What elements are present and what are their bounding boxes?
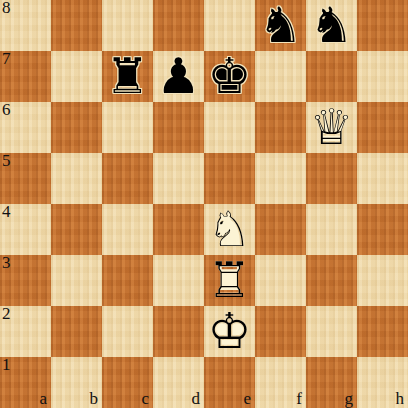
square-c2[interactable] [102, 306, 153, 357]
square-f6[interactable] [255, 102, 306, 153]
file-label: b [90, 390, 99, 408]
square-e3[interactable]: ♜♖ [204, 255, 255, 306]
rank-label: 7 [2, 50, 11, 69]
square-h8[interactable] [357, 0, 408, 51]
square-c6[interactable] [102, 102, 153, 153]
square-f5[interactable] [255, 153, 306, 204]
rank-label: 4 [2, 203, 11, 222]
square-b7[interactable] [51, 51, 102, 102]
square-h4[interactable] [357, 204, 408, 255]
square-d6[interactable] [153, 102, 204, 153]
white-rook-glyph: ♖ [204, 255, 255, 306]
white-queen-piece[interactable]: ♛♕ [306, 102, 357, 153]
rank-label: 6 [2, 101, 11, 120]
rank-label: 3 [2, 254, 11, 273]
square-c8[interactable] [102, 0, 153, 51]
square-a1[interactable]: 1a [0, 357, 51, 408]
square-e7[interactable]: ♚ [204, 51, 255, 102]
square-h7[interactable] [357, 51, 408, 102]
square-a2[interactable]: 2 [0, 306, 51, 357]
file-label: g [345, 390, 354, 408]
square-e2[interactable]: ♚♔ [204, 306, 255, 357]
square-g6[interactable]: ♛♕ [306, 102, 357, 153]
black-knight-piece[interactable]: ♞ [255, 0, 306, 51]
black-king-glyph: ♚ [204, 51, 255, 102]
square-e5[interactable] [204, 153, 255, 204]
square-f8[interactable]: ♞ [255, 0, 306, 51]
square-g4[interactable] [306, 204, 357, 255]
square-g1[interactable]: g [306, 357, 357, 408]
white-knight-glyph: ♘ [204, 204, 255, 255]
square-g8[interactable]: ♞ [306, 0, 357, 51]
square-b3[interactable] [51, 255, 102, 306]
square-d5[interactable] [153, 153, 204, 204]
square-c1[interactable]: c [102, 357, 153, 408]
white-queen-glyph: ♕ [306, 102, 357, 153]
square-e4[interactable]: ♞♘ [204, 204, 255, 255]
black-rook-piece[interactable]: ♜ [102, 51, 153, 102]
square-f3[interactable] [255, 255, 306, 306]
white-rook-piece[interactable]: ♜♖ [204, 255, 255, 306]
square-g7[interactable] [306, 51, 357, 102]
black-rook-glyph: ♜ [102, 51, 153, 102]
rank-label: 5 [2, 152, 11, 171]
white-king-glyph: ♔ [204, 306, 255, 357]
square-a3[interactable]: 3 [0, 255, 51, 306]
square-d1[interactable]: d [153, 357, 204, 408]
square-g2[interactable] [306, 306, 357, 357]
square-b4[interactable] [51, 204, 102, 255]
rank-label: 2 [2, 305, 11, 324]
rank-label: 8 [2, 0, 11, 18]
square-b5[interactable] [51, 153, 102, 204]
square-f1[interactable]: f [255, 357, 306, 408]
square-h6[interactable] [357, 102, 408, 153]
black-pawn-piece[interactable]: ♟ [153, 51, 204, 102]
square-a6[interactable]: 6 [0, 102, 51, 153]
rank-label: 1 [2, 356, 11, 375]
square-c5[interactable] [102, 153, 153, 204]
square-d8[interactable] [153, 0, 204, 51]
black-knight-piece[interactable]: ♞ [306, 0, 357, 51]
black-king-piece[interactable]: ♚ [204, 51, 255, 102]
square-h3[interactable] [357, 255, 408, 306]
square-c4[interactable] [102, 204, 153, 255]
square-c7[interactable]: ♜ [102, 51, 153, 102]
square-a5[interactable]: 5 [0, 153, 51, 204]
square-d7[interactable]: ♟ [153, 51, 204, 102]
square-e8[interactable] [204, 0, 255, 51]
square-a4[interactable]: 4 [0, 204, 51, 255]
square-b2[interactable] [51, 306, 102, 357]
square-h2[interactable] [357, 306, 408, 357]
square-f2[interactable] [255, 306, 306, 357]
square-h1[interactable]: h [357, 357, 408, 408]
square-b1[interactable]: b [51, 357, 102, 408]
square-a7[interactable]: 7 [0, 51, 51, 102]
square-h5[interactable] [357, 153, 408, 204]
white-king-piece[interactable]: ♚♔ [204, 306, 255, 357]
file-label: c [141, 390, 149, 408]
square-c3[interactable] [102, 255, 153, 306]
square-f4[interactable] [255, 204, 306, 255]
black-pawn-glyph: ♟ [153, 51, 204, 102]
square-g5[interactable] [306, 153, 357, 204]
square-f7[interactable] [255, 51, 306, 102]
white-knight-piece[interactable]: ♞♘ [204, 204, 255, 255]
square-e6[interactable] [204, 102, 255, 153]
square-a8[interactable]: 8 [0, 0, 51, 51]
square-e1[interactable]: e [204, 357, 255, 408]
square-d2[interactable] [153, 306, 204, 357]
file-label: f [296, 390, 302, 408]
file-label: e [243, 390, 251, 408]
square-b8[interactable] [51, 0, 102, 51]
file-label: d [192, 390, 201, 408]
black-knight-glyph: ♞ [306, 0, 357, 51]
square-d4[interactable] [153, 204, 204, 255]
chessboard: 8♞♞7♜♟♚6♛♕54♞♘3♜♖2♚♔1abcdefgh [0, 0, 408, 408]
square-d3[interactable] [153, 255, 204, 306]
square-g3[interactable] [306, 255, 357, 306]
black-knight-glyph: ♞ [255, 0, 306, 51]
square-b6[interactable] [51, 102, 102, 153]
file-label: h [396, 390, 405, 408]
file-label: a [39, 390, 47, 408]
